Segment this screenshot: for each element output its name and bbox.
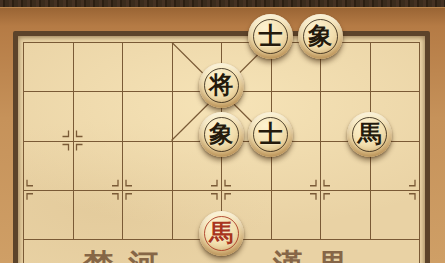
board-cell[interactable] <box>74 142 124 191</box>
piece-glyph: 将 <box>199 63 244 108</box>
board-cell[interactable] <box>371 43 421 92</box>
piece-glyph: 馬 <box>347 112 392 157</box>
piece-black-elephant[interactable]: 象 <box>199 112 244 157</box>
piece-black-advisor[interactable]: 士 <box>248 14 293 59</box>
board-cell[interactable] <box>123 142 173 191</box>
piece-black-general[interactable]: 将 <box>199 63 244 108</box>
xiangqi-game-screen: 楚河 漢界 士象将象士馬馬 <box>0 0 445 263</box>
board-cell[interactable] <box>123 92 173 141</box>
board-cell[interactable] <box>24 43 74 92</box>
river-label-chu: 楚河 <box>83 245 173 263</box>
board-cell[interactable] <box>24 92 74 141</box>
piece-black-advisor[interactable]: 士 <box>248 112 293 157</box>
board-cell[interactable] <box>123 43 173 92</box>
board-cell[interactable] <box>24 142 74 191</box>
river-label-han: 漢界 <box>273 245 363 263</box>
river-right-edge-line <box>419 239 420 263</box>
board-cell[interactable] <box>74 43 124 92</box>
river-left-edge-line <box>23 239 24 263</box>
board-cell[interactable] <box>24 191 74 240</box>
board-cell[interactable] <box>371 191 421 240</box>
board-cell[interactable] <box>74 92 124 141</box>
piece-black-horse[interactable]: 馬 <box>347 112 392 157</box>
piece-glyph: 馬 <box>199 211 244 256</box>
piece-glyph: 象 <box>298 14 343 59</box>
piece-red-horse[interactable]: 馬 <box>199 211 244 256</box>
wood-plank-frame-top <box>0 0 445 7</box>
piece-glyph: 象 <box>199 112 244 157</box>
board-cell[interactable] <box>74 191 124 240</box>
board-cell[interactable] <box>272 191 322 240</box>
board-cell[interactable] <box>321 191 371 240</box>
piece-black-elephant[interactable]: 象 <box>298 14 343 59</box>
board-cell[interactable] <box>123 191 173 240</box>
piece-glyph: 士 <box>248 14 293 59</box>
piece-glyph: 士 <box>248 112 293 157</box>
